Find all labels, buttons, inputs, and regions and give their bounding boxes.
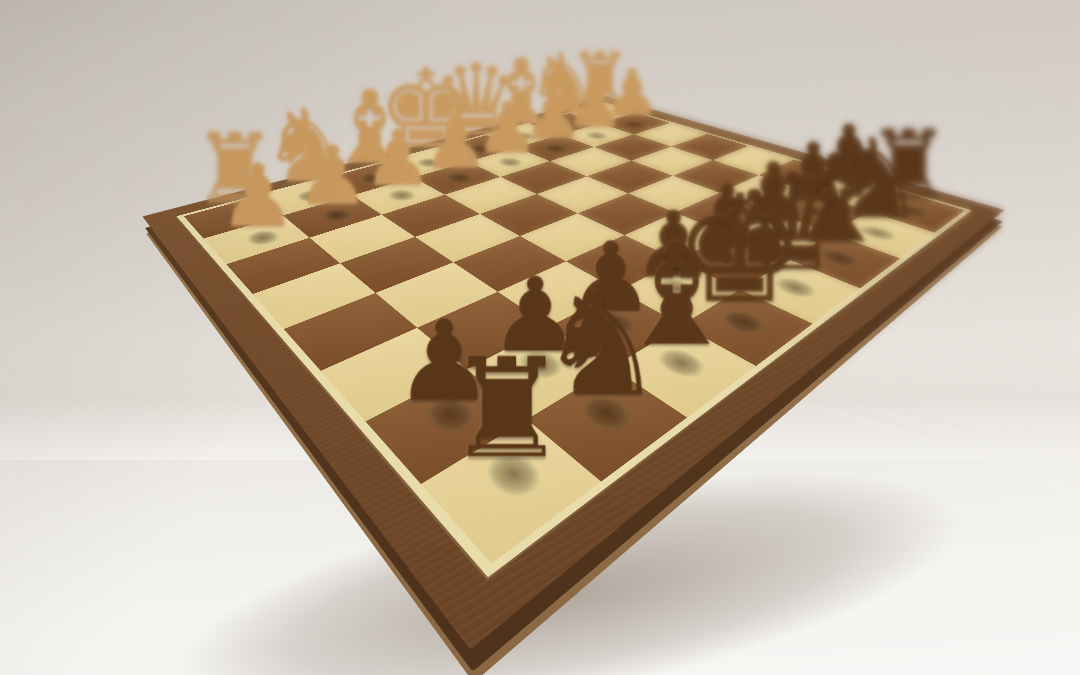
- perspective-stage: ♜♞♟♝♟♛♟♚♟♝♟♞♜♜♟♟♟♟♞♟♟♝♟♛♟♚♟♝♟♞♟♜: [0, 0, 1080, 675]
- chess-photo-scene: ♜♞♟♝♟♛♟♚♟♝♟♞♜♜♟♟♟♟♞♟♟♝♟♛♟♚♟♝♟♞♟♜: [0, 0, 1080, 675]
- rook-glyph: ♜: [391, 341, 623, 478]
- pawn-glyph: ♟: [190, 152, 327, 239]
- chessboard: ♜♞♟♝♟♛♟♚♟♝♟♞♜♜♟♟♟♟♞♟♟♝♟♛♟♚♟♝♟♞♟♜: [142, 96, 1004, 650]
